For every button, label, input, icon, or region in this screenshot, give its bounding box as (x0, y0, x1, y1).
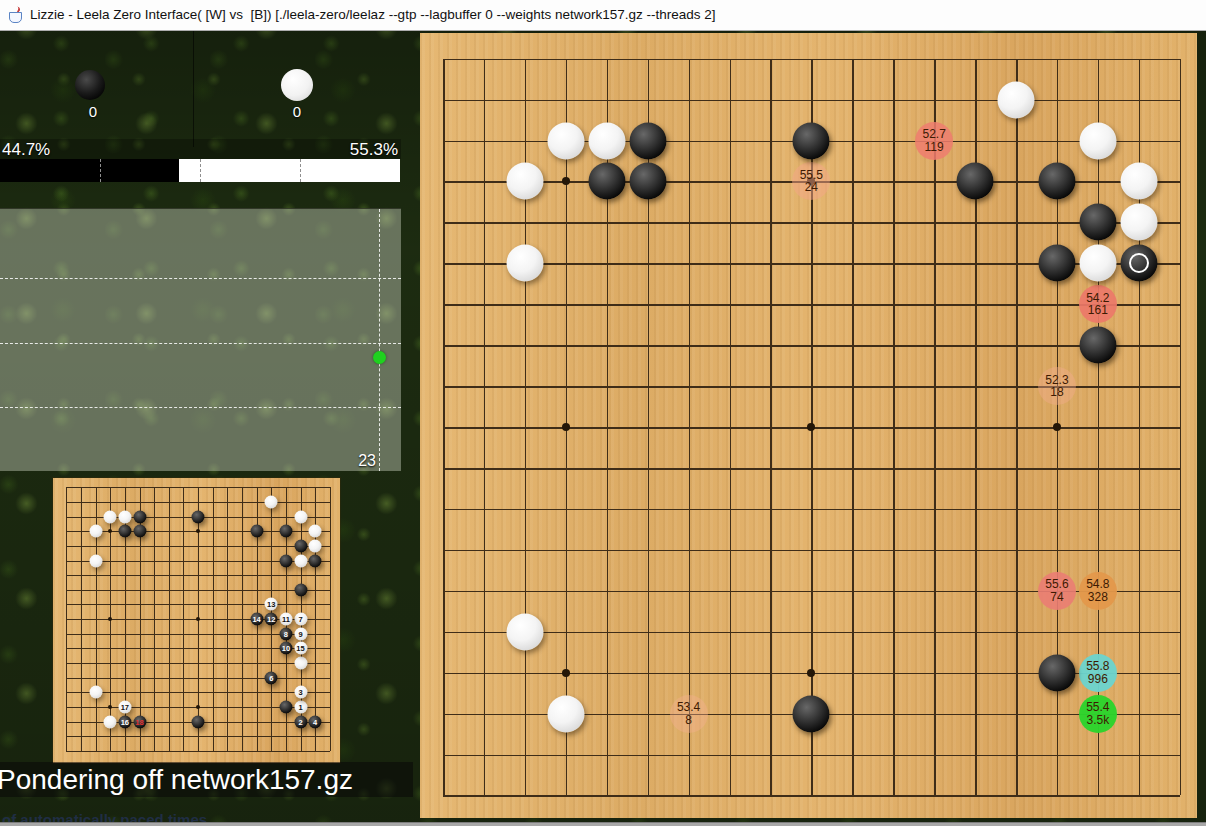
white-stone: 7 (294, 613, 307, 626)
white-stone (506, 613, 543, 650)
white-stone (309, 525, 322, 538)
black-stone (279, 525, 292, 538)
grid-line (213, 487, 214, 751)
variation-move-number: 11 (279, 613, 292, 626)
star-point (562, 177, 570, 185)
black-stone (294, 539, 307, 552)
white-stone (294, 554, 307, 567)
black-stone (1038, 245, 1075, 282)
black-stone: 8 (279, 627, 292, 640)
winrate-bar-black (0, 159, 179, 182)
grid-line (852, 59, 854, 796)
grid-line (443, 632, 1180, 634)
grid-line (443, 550, 1180, 552)
black-stone (118, 525, 131, 538)
graph-gridline-75 (0, 278, 401, 279)
winrate-graph[interactable]: 23 (0, 208, 401, 471)
white-stone: 9 (294, 627, 307, 640)
black-stone (192, 715, 205, 728)
move-suggestion-badge: 53.48 (670, 695, 708, 733)
move-suggestion-badge: 55.524 (792, 162, 830, 200)
white-stone (998, 81, 1035, 118)
graph-current-move-line (379, 209, 380, 471)
move-suggestion-badge: 55.8996 (1079, 654, 1117, 692)
graph-move-number: 23 (352, 452, 376, 470)
variation-move-number: 12 (265, 613, 278, 626)
star-point (807, 669, 815, 677)
move-suggestion-badge: 52.7119 (915, 122, 953, 160)
variation-move-number: 7 (294, 613, 307, 626)
black-stone (629, 122, 666, 159)
grid-line (934, 59, 936, 796)
move-suggestion-badge: 52.318 (1038, 367, 1076, 405)
black-stone (133, 510, 146, 523)
white-stone (506, 245, 543, 282)
last-move-marker (1129, 253, 1149, 273)
white-stone: 15 (294, 642, 307, 655)
star-point (562, 669, 570, 677)
black-stone (133, 525, 146, 538)
white-stone (104, 510, 117, 523)
grid-line (1180, 59, 1182, 796)
variation-move-number: 15 (294, 642, 307, 655)
graph-gridline-25 (0, 407, 401, 408)
white-stone (89, 686, 102, 699)
winrate-bar (0, 159, 400, 182)
white-stone (265, 495, 278, 508)
black-stone: 12 (265, 613, 278, 626)
black-stone (279, 554, 292, 567)
star-point (562, 423, 570, 431)
white-winrate-label: 55.3% (322, 140, 398, 160)
black-stone: 2 (294, 715, 307, 728)
black-stone: 4 (309, 715, 322, 728)
lizzie-window: Lizzie - Leela Zero Interface( [W] vs [B… (0, 0, 1206, 826)
winrate-tick-75 (300, 159, 301, 182)
grid-line (66, 751, 330, 752)
star-point (108, 529, 112, 533)
java-coffee-cup-icon (8, 6, 24, 24)
grid-line (66, 692, 330, 693)
star-point (108, 617, 112, 621)
white-stone (506, 163, 543, 200)
variation-move-number: 8 (279, 627, 292, 640)
black-stone (1038, 163, 1075, 200)
white-stone (118, 510, 131, 523)
white-stone (309, 539, 322, 552)
variation-move-number: 6 (265, 671, 278, 684)
move-suggestion-badge: 54.2161 (1079, 285, 1117, 323)
move-suggestion-badge: 55.43.5k (1079, 695, 1117, 733)
white-stone (588, 122, 625, 159)
black-stone (629, 163, 666, 200)
title-bar: Lizzie - Leela Zero Interface( [W] vs [B… (0, 0, 1206, 31)
black-stone (1079, 204, 1116, 241)
white-stone (89, 525, 102, 538)
star-point (196, 617, 200, 621)
grid-line (443, 795, 1180, 797)
white-stone: 1 (294, 700, 307, 713)
white-stone (294, 510, 307, 523)
grid-line (330, 487, 331, 751)
white-stone: 11 (279, 613, 292, 626)
black-stone: 18 (133, 715, 146, 728)
star-point (196, 705, 200, 709)
white-stone (547, 695, 584, 732)
black-stone (588, 163, 625, 200)
black-stone (192, 510, 205, 523)
grid-line (443, 755, 1180, 757)
move-suggestion-badge: 54.8328 (1079, 572, 1117, 610)
star-point (807, 423, 815, 431)
white-stone (1120, 204, 1157, 241)
variation-move-number: 3 (294, 686, 307, 699)
black-stone: 14 (250, 613, 263, 626)
black-stone (793, 695, 830, 732)
white-stone: 3 (294, 686, 307, 699)
white-stone: 17 (118, 700, 131, 713)
black-stone (793, 122, 830, 159)
grid-line (227, 487, 228, 751)
white-stone (1079, 122, 1116, 159)
grid-line (443, 468, 1180, 470)
variation-go-board[interactable]: 12346789101112131415161718 (53, 478, 340, 763)
variation-move-number: 14 (250, 613, 263, 626)
variation-move-number: 13 (265, 598, 278, 611)
black-stone: 6 (265, 671, 278, 684)
black-captures-count: 0 (81, 103, 105, 120)
white-captures-count: 0 (285, 103, 309, 120)
black-stone (294, 583, 307, 596)
ponder-status-text: Pondering off network157.gz (0, 762, 353, 797)
window-title: Lizzie - Leela Zero Interface( [W] vs [B… (30, 0, 716, 30)
variation-move-number: 1 (294, 700, 307, 713)
status-band: Pondering off network157.gz (0, 762, 413, 797)
white-stone: 13 (265, 598, 278, 611)
variation-move-number: 4 (309, 715, 322, 728)
grid-line (443, 509, 1180, 511)
graph-current-winrate-dot (373, 351, 386, 364)
black-stone (1038, 654, 1075, 691)
white-stone (1120, 163, 1157, 200)
black-stone (279, 700, 292, 713)
white-stone (294, 656, 307, 669)
black-captures-stone-icon (75, 70, 105, 100)
black-stone: 16 (118, 715, 131, 728)
white-captures-stone-icon (281, 69, 313, 101)
variation-move-number: 9 (294, 627, 307, 640)
window-bottom-edge (0, 822, 1206, 826)
black-stone (250, 525, 263, 538)
winrate-tick-50 (200, 159, 201, 182)
black-stone (309, 554, 322, 567)
white-stone (1079, 245, 1116, 282)
main-go-board[interactable]: 52.711955.52454.216152.31855.67454.83285… (420, 33, 1197, 818)
grid-line (893, 59, 895, 796)
graph-gridline-50 (0, 343, 401, 344)
grid-line (66, 663, 330, 664)
black-stone (1079, 327, 1116, 364)
variation-move-number: 17 (118, 700, 131, 713)
captures-divider (193, 30, 194, 147)
grid-line (66, 736, 330, 737)
white-stone (89, 554, 102, 567)
variation-move-number: 16 (118, 715, 131, 728)
variation-move-number: 18 (133, 715, 146, 728)
variation-move-number: 10 (279, 642, 292, 655)
winrate-tick-25 (100, 159, 101, 182)
white-stone (104, 715, 117, 728)
star-point (108, 705, 112, 709)
black-stone (957, 163, 994, 200)
variation-move-number: 2 (294, 715, 307, 728)
move-suggestion-badge: 55.674 (1038, 572, 1076, 610)
black-winrate-label: 44.7% (2, 140, 50, 160)
black-stone: 10 (279, 642, 292, 655)
grid-line (242, 487, 243, 751)
white-stone (547, 122, 584, 159)
star-point (196, 529, 200, 533)
grid-line (1016, 59, 1018, 796)
star-point (1053, 423, 1061, 431)
grid-line (66, 678, 330, 679)
